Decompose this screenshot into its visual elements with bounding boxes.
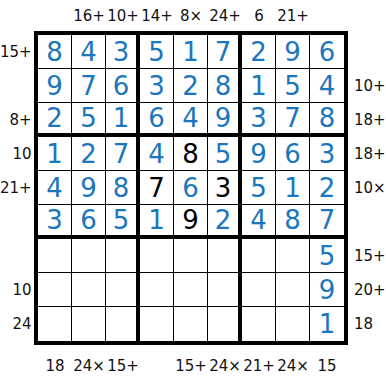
cell-r2c9[interactable]: 4 xyxy=(310,69,344,103)
clue-bottom-col1: 18 xyxy=(38,355,72,377)
cell-r1c2[interactable]: 4 xyxy=(72,35,106,69)
clue-bottom-col2: 24× xyxy=(72,355,106,377)
sudoku-grid: 8435172969763281542516493781274859634987… xyxy=(34,31,348,345)
clue-top-col2: 16+ xyxy=(72,5,106,27)
cell-r2c3[interactable]: 6 xyxy=(106,69,140,103)
clue-bottom-col3: 15+ xyxy=(106,355,140,377)
cell-r9c4[interactable] xyxy=(140,307,174,341)
cell-r5c8[interactable]: 1 xyxy=(276,171,310,205)
cell-r9c9[interactable]: 1 xyxy=(310,307,344,341)
cell-r6c7[interactable]: 4 xyxy=(242,205,276,239)
cell-r6c1[interactable]: 3 xyxy=(38,205,72,239)
clue-bottom-col6: 24× xyxy=(208,355,242,377)
cell-r3c7[interactable]: 3 xyxy=(242,103,276,137)
cell-r4c4[interactable]: 4 xyxy=(140,137,174,171)
clue-top-col8: 21+ xyxy=(276,5,310,27)
cell-r5c1[interactable]: 4 xyxy=(38,171,72,205)
clue-right-row5: 10× xyxy=(352,171,386,205)
clue-left-row7 xyxy=(0,239,35,273)
clue-left-row6 xyxy=(0,205,35,239)
cell-r6c4[interactable]: 1 xyxy=(140,205,174,239)
cell-r5c3[interactable]: 8 xyxy=(106,171,140,205)
cell-r3c6[interactable]: 9 xyxy=(208,103,242,137)
cell-r9c3[interactable] xyxy=(106,307,140,341)
cell-r4c6[interactable]: 5 xyxy=(208,137,242,171)
cell-r3c1[interactable]: 2 xyxy=(38,103,72,137)
cell-r1c6[interactable]: 7 xyxy=(208,35,242,69)
cell-r6c3[interactable]: 5 xyxy=(106,205,140,239)
cell-r2c2[interactable]: 7 xyxy=(72,69,106,103)
left-clues: 15+8+1021+1024 xyxy=(0,35,31,341)
cell-r1c8[interactable]: 9 xyxy=(276,35,310,69)
clue-left-row4: 10 xyxy=(0,137,35,171)
cell-r6c9[interactable]: 7 xyxy=(310,205,344,239)
cell-r2c6[interactable]: 8 xyxy=(208,69,242,103)
cell-r8c4[interactable] xyxy=(140,273,174,307)
cell-r3c4[interactable]: 6 xyxy=(140,103,174,137)
clue-right-row1 xyxy=(352,35,386,69)
cell-r5c7[interactable]: 5 xyxy=(242,171,276,205)
cell-r4c8[interactable]: 6 xyxy=(276,137,310,171)
top-clues: 16+10+14+8×24+621+ xyxy=(38,5,344,27)
clue-top-col1 xyxy=(38,5,72,27)
cell-r7c7[interactable] xyxy=(242,239,276,273)
clue-top-col7: 6 xyxy=(242,5,276,27)
frame-sudoku-puzzle: 16+10+14+8×24+621+ 15+8+1021+1024 843517… xyxy=(0,0,386,386)
cell-r9c1[interactable] xyxy=(38,307,72,341)
cell-r9c8[interactable] xyxy=(276,307,310,341)
bottom-clues: 1824×15+15+24×21+24×15 xyxy=(38,355,344,377)
right-clues: 10+18+18+10×15+20+18 xyxy=(352,35,386,341)
cell-r3c5[interactable]: 4 xyxy=(174,103,208,137)
cell-r6c8[interactable]: 8 xyxy=(276,205,310,239)
cell-r8c9[interactable]: 9 xyxy=(310,273,344,307)
cell-r7c5[interactable] xyxy=(174,239,208,273)
clue-left-row2 xyxy=(0,69,35,103)
clue-right-row6 xyxy=(352,205,386,239)
clue-right-row8: 20+ xyxy=(352,273,386,307)
cell-r6c5[interactable]: 9 xyxy=(174,205,208,239)
cell-r8c5[interactable] xyxy=(174,273,208,307)
clue-bottom-col5: 15+ xyxy=(174,355,208,377)
cell-r5c4[interactable]: 7 xyxy=(140,171,174,205)
cell-r8c3[interactable] xyxy=(106,273,140,307)
cell-r2c4[interactable]: 3 xyxy=(140,69,174,103)
clue-right-row7: 15+ xyxy=(352,239,386,273)
cell-r8c1[interactable] xyxy=(38,273,72,307)
clue-right-row3: 18+ xyxy=(352,103,386,137)
cell-r1c9[interactable]: 6 xyxy=(310,35,344,69)
cell-r7c4[interactable] xyxy=(140,239,174,273)
cell-r3c8[interactable]: 7 xyxy=(276,103,310,137)
cell-r9c2[interactable] xyxy=(72,307,106,341)
cell-r1c5[interactable]: 1 xyxy=(174,35,208,69)
cell-r3c2[interactable]: 5 xyxy=(72,103,106,137)
cell-r7c9[interactable]: 5 xyxy=(310,239,344,273)
cell-r5c6[interactable]: 3 xyxy=(208,171,242,205)
clue-right-row2: 10+ xyxy=(352,69,386,103)
cell-r7c3[interactable] xyxy=(106,239,140,273)
cell-r8c2[interactable] xyxy=(72,273,106,307)
cell-r2c5[interactable]: 2 xyxy=(174,69,208,103)
clue-right-row9: 18 xyxy=(352,307,386,341)
cell-r5c9[interactable]: 2 xyxy=(310,171,344,205)
cell-r7c2[interactable] xyxy=(72,239,106,273)
cell-r1c7[interactable]: 2 xyxy=(242,35,276,69)
cell-r1c1[interactable]: 8 xyxy=(38,35,72,69)
cell-r9c5[interactable] xyxy=(174,307,208,341)
cell-r7c1[interactable] xyxy=(38,239,72,273)
cell-r4c3[interactable]: 7 xyxy=(106,137,140,171)
cell-r2c7[interactable]: 1 xyxy=(242,69,276,103)
cell-r5c2[interactable]: 9 xyxy=(72,171,106,205)
clue-top-col6: 24+ xyxy=(208,5,242,27)
clue-top-col5: 8× xyxy=(174,5,208,27)
clue-left-row5: 21+ xyxy=(0,171,35,205)
cell-r3c3[interactable]: 1 xyxy=(106,103,140,137)
cell-r8c8[interactable] xyxy=(276,273,310,307)
cell-r1c3[interactable]: 3 xyxy=(106,35,140,69)
cell-r9c7[interactable] xyxy=(242,307,276,341)
clue-left-row1: 15+ xyxy=(0,35,35,69)
cell-r2c1[interactable]: 9 xyxy=(38,69,72,103)
cell-r7c6[interactable] xyxy=(208,239,242,273)
clue-left-row9: 24 xyxy=(0,307,35,341)
clue-top-col4: 14+ xyxy=(140,5,174,27)
clue-bottom-col9: 15 xyxy=(310,355,344,377)
cell-r6c2[interactable]: 6 xyxy=(72,205,106,239)
cell-r3c9[interactable]: 8 xyxy=(310,103,344,137)
clue-right-row4: 18+ xyxy=(352,137,386,171)
cell-r7c8[interactable] xyxy=(276,239,310,273)
clue-bottom-col7: 21+ xyxy=(242,355,276,377)
cell-r1c4[interactable]: 5 xyxy=(140,35,174,69)
clue-left-row3: 8+ xyxy=(0,103,35,137)
cell-r8c7[interactable] xyxy=(242,273,276,307)
clue-bottom-col8: 24× xyxy=(276,355,310,377)
cell-r4c2[interactable]: 2 xyxy=(72,137,106,171)
cell-r4c5[interactable]: 8 xyxy=(174,137,208,171)
cell-r2c8[interactable]: 5 xyxy=(276,69,310,103)
cell-r5c5[interactable]: 6 xyxy=(174,171,208,205)
cell-r4c1[interactable]: 1 xyxy=(38,137,72,171)
cell-r6c6[interactable]: 2 xyxy=(208,205,242,239)
clue-bottom-col4 xyxy=(140,355,174,377)
clue-top-col9 xyxy=(310,5,344,27)
cell-r4c7[interactable]: 9 xyxy=(242,137,276,171)
cell-r4c9[interactable]: 3 xyxy=(310,137,344,171)
cell-r9c6[interactable] xyxy=(208,307,242,341)
cell-r8c6[interactable] xyxy=(208,273,242,307)
clue-top-col3: 10+ xyxy=(106,5,140,27)
clue-left-row8: 10 xyxy=(0,273,35,307)
